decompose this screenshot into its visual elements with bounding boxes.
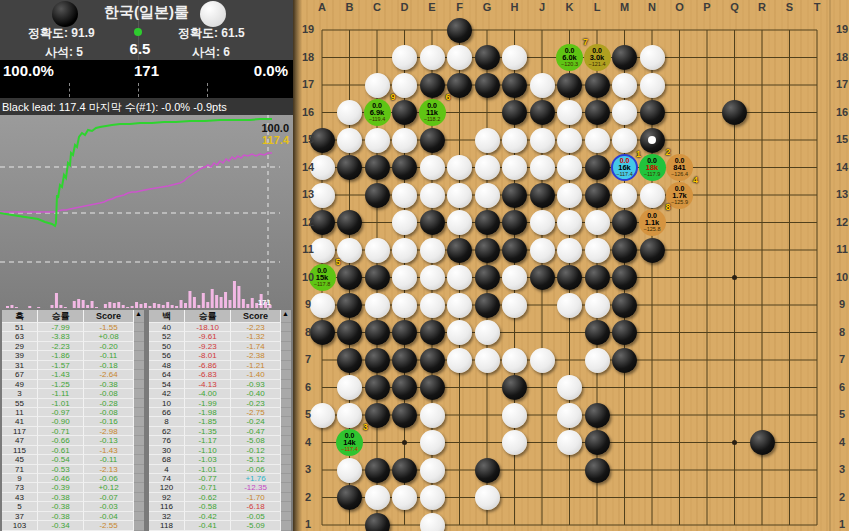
black-stone [530,183,555,208]
winrate-progress-bar[interactable] [0,82,293,98]
coord-col-S: S [780,1,800,13]
black-stone [447,18,472,43]
scrollbar-track[interactable] [134,483,144,492]
scrollbar-track[interactable] [134,521,144,530]
coord-row-left-12: 12 [298,216,318,228]
scrollbar-track[interactable] [134,342,144,351]
move-number: 76 [149,436,185,445]
white-stone [530,210,555,235]
scrollbar-track[interactable] [281,399,291,408]
black-stone [365,155,390,180]
winrate-col-header: 승률 [185,310,231,323]
winrate-loss: -0.38 [38,502,84,511]
scrollbar-track[interactable] [281,417,291,426]
white-moves-table[interactable]: 백승률Score▲40-18.10-2.2352-9.61-1.3250-9.2… [149,310,291,531]
coord-col-C: C [367,1,387,13]
white-player-stone-icon [200,1,226,27]
black-stone [502,100,527,125]
scrollbar-track[interactable] [281,493,291,502]
winrate-loss: -1.35 [185,427,231,436]
ai-suggestion-O14[interactable]: 0.0841−126.4 [666,154,693,181]
scrollbar-track[interactable] [281,502,291,511]
scrollbar[interactable]: ▲ [134,310,144,323]
table-row[interactable]: 37-0.38-0.04 [2,512,144,521]
black-stone [392,458,417,483]
coord-col-L: L [587,1,607,13]
move-number: 52 [149,332,185,341]
scrollbar-track[interactable] [134,332,144,341]
winrate-loss: -0.39 [38,483,84,492]
table-row[interactable]: 9-0.46-0.06 [2,474,144,483]
ai-suggestion-E16[interactable]: 0.011k−118.26 [419,99,446,126]
black-stone [585,320,610,345]
coord-col-N: N [642,1,662,13]
winrate-loss: -1.01 [185,465,231,474]
graph-winrate-value: 100.0 [261,122,289,134]
score-loss: -2.55 [84,521,134,530]
ai-suggestion-L18[interactable]: 0.03.0k−121.4 [584,44,611,71]
table-row[interactable]: 5-0.38-0.03 [2,502,144,511]
table-row[interactable]: 55-1.01-0.28 [2,399,144,408]
coord-row-right-13: 13 [832,188,849,200]
scrollbar-track[interactable] [134,502,144,511]
move-number: 66 [149,408,185,417]
white-stone [557,430,582,455]
black-stone [337,320,362,345]
score-loss: -0.04 [84,512,134,521]
scrollbar-track[interactable] [281,436,291,445]
move-number: 29 [2,342,38,351]
label-score: −125.8 [644,227,661,233]
scrollbar-track[interactable] [281,474,291,483]
coord-row-left-17: 17 [298,78,318,90]
white-stone [612,73,637,98]
table-row[interactable]: 10-1.99-0.23 [149,399,291,408]
winrate-loss: -18.10 [185,323,231,332]
table-row[interactable]: 29-2.23-0.20 [2,342,144,351]
scrollbar-track[interactable] [134,493,144,502]
last-move-marker [648,136,656,144]
white-stone [612,100,637,125]
black-stone [585,403,610,428]
score-loss: -0.16 [84,417,134,426]
scrollbar-track[interactable] [281,361,291,370]
scrollbar-track[interactable] [134,370,144,379]
winrate-loss: -0.41 [185,521,231,530]
coord-col-K: K [560,1,580,13]
scrollbar-track[interactable] [134,417,144,426]
ai-suggestion-N14[interactable]: 0.018k−117.92 [639,154,666,181]
black-stone [392,403,417,428]
scrollbar-track[interactable] [281,455,291,464]
white-stone [420,155,445,180]
white-stone [420,513,445,531]
white-stone [365,293,390,318]
table-row[interactable]: 116-0.58-6.18 [149,502,291,511]
black-stone [502,183,527,208]
white-stone [392,210,417,235]
black-stone [337,293,362,318]
table-row[interactable]: 63-3.83+0.08 [2,332,144,341]
move-number: 67 [2,370,38,379]
scroll-up-icon[interactable]: ▲ [135,310,142,318]
table-row[interactable]: 41-0.90-0.16 [2,417,144,426]
score-loss: +0.12 [84,483,134,492]
black-accuracy: 정확도: 91.9 [28,25,95,42]
black-stone [557,73,582,98]
go-board[interactable]: 0.06.0k−120.370.03.0k−121.40.06.9k−119.4… [293,0,849,531]
table-row[interactable]: 67-1.43-2.64 [2,370,144,379]
move-number: 51 [2,323,38,332]
white-stone [557,155,582,180]
white-stone [365,238,390,263]
white-stone [557,375,582,400]
white-stone [585,238,610,263]
komi-value: 6.5 [120,40,160,57]
table-row[interactable]: 3-1.11-0.08 [2,389,144,398]
scrollbar-track[interactable] [281,446,291,455]
table-row[interactable]: 52-9.61-1.32 [149,332,291,341]
label-score: −119.4 [369,117,386,123]
table-row[interactable]: 32-0.42-0.05 [149,512,291,521]
table-row[interactable]: 4-1.01-0.06 [149,465,291,474]
scrollbar-track[interactable] [281,380,291,389]
table-row[interactable]: 8-1.85-0.24 [149,417,291,426]
coord-row-left-6: 6 [298,381,318,393]
white-stone [502,403,527,428]
scrollbar[interactable]: ▲ [281,310,291,323]
ai-suggestion-N12[interactable]: 0.01.1k−125.88 [639,209,666,236]
move-number: 118 [149,521,185,530]
black-stone [337,485,362,510]
white-stone [585,210,610,235]
white-stone [392,183,417,208]
table-row[interactable]: 45-0.54-0.11 [2,455,144,464]
scrollbar-track[interactable] [134,351,144,360]
ai-suggestion-K18[interactable]: 0.06.0k−120.37 [556,44,583,71]
score-loss: -0.28 [84,399,134,408]
white-stone [337,100,362,125]
table-row[interactable]: 103-0.34-2.55 [2,521,144,530]
move-number: 31 [2,361,38,370]
coord-row-right-3: 3 [832,463,849,475]
coord-row-left-9: 9 [298,298,318,310]
ai-suggestion-C16[interactable]: 0.06.9k−119.49 [364,99,391,126]
score-loss: -0.23 [231,399,281,408]
scrollbar-track[interactable] [134,455,144,464]
score-loss: -0.03 [84,502,134,511]
white-stone [475,128,500,153]
move-number: 39 [2,351,38,360]
label-rank: 7 [583,38,588,47]
table-row[interactable]: 49-1.25-0.38 [2,380,144,389]
table-row[interactable]: 64-6.83-1.40 [149,370,291,379]
scrollbar-track[interactable] [134,380,144,389]
label-rank: 9 [390,93,395,102]
white-accuracy: 정확도: 61.5 [178,25,245,42]
coord-row-left-16: 16 [298,106,318,118]
white-stone [420,293,445,318]
score-loss: -2.23 [231,323,281,332]
winrate-loss: -0.38 [38,512,84,521]
black-stone [337,155,362,180]
winrate-loss: -0.90 [38,417,84,426]
coord-row-right-14: 14 [832,161,849,173]
label-rank: 5 [335,258,340,267]
coord-row-left-11: 11 [298,243,318,255]
winrate-loss: -1.03 [185,455,231,464]
black-stone [530,265,555,290]
winrate-loss: -0.58 [185,502,231,511]
table-row[interactable]: 117-0.71-2.98 [2,427,144,436]
table-header-row: 흑승률Score▲ [2,310,144,323]
table-row[interactable]: 39-1.86-0.11 [2,351,144,360]
white-stone [502,155,527,180]
black-stone [392,320,417,345]
label-score: −121.4 [589,62,606,68]
score-loss: -2.64 [84,370,134,379]
ai-suggestion-B4[interactable]: 0.014k−117.43 [336,429,363,456]
score-loss: -0.40 [231,389,281,398]
table-row[interactable]: 115-0.61-1.43 [2,446,144,455]
table-row[interactable]: 68-1.03-5.12 [149,455,291,464]
score-loss: -0.20 [84,342,134,351]
scrollbar-track[interactable] [281,332,291,341]
scrollbar-track[interactable] [134,465,144,474]
black-stone [420,320,445,345]
white-stone [475,320,500,345]
analysis-panel: 한국(일본)룰 정확도: 91.9 정확도: 61.5 사석: 5 6.5 사석… [0,0,293,531]
rules-title: 한국(일본)룰 [0,3,293,22]
winrate-loss: -0.61 [38,446,84,455]
white-stone [447,293,472,318]
scrollbar-track[interactable] [281,370,291,379]
black-stone [475,210,500,235]
table-row[interactable]: 51-7.99-1.55 [2,323,144,332]
table-row[interactable]: 56-8.01-2.38 [149,351,291,360]
table-row[interactable]: 74-0.77+1.76 [149,474,291,483]
scrollbar-track[interactable] [281,483,291,492]
scrollbar-track[interactable] [134,389,144,398]
score-loss: -5.08 [231,436,281,445]
winrate-loss: -6.83 [185,370,231,379]
scrollbar-track[interactable] [281,351,291,360]
white-stone [640,45,665,70]
coord-row-left-2: 2 [298,491,318,503]
scrollbar-track[interactable] [134,427,144,436]
label-score: −118.2 [424,117,441,123]
black-stone [612,348,637,373]
label-score: −117.4 [616,172,633,178]
table-row[interactable]: 54-4.13-0.93 [149,380,291,389]
table-row[interactable]: 76-1.17-5.08 [149,436,291,445]
table-row[interactable]: 120-0.71-12.35 [149,483,291,492]
table-row[interactable]: 92-0.62-1.70 [149,493,291,502]
move-number: 43 [2,493,38,502]
black-stone [585,265,610,290]
label-score: −120.3 [561,62,578,68]
winrate-loss: -4.13 [185,380,231,389]
black-stone [612,210,637,235]
white-stone [392,293,417,318]
coord-col-M: M [615,1,635,13]
black-stone [392,100,417,125]
white-stone [365,485,390,510]
winrate-loss: -1.01 [38,399,84,408]
move-number: 40 [149,323,185,332]
white-stone [557,293,582,318]
white-stone [447,45,472,70]
winrate-loss: -4.00 [185,389,231,398]
black-stone [365,375,390,400]
scrollbar-track[interactable] [134,323,144,332]
score-loss: -0.05 [231,512,281,521]
table-row[interactable]: 66-1.98-2.75 [149,408,291,417]
graph-score-value: 117.4 [262,134,289,146]
table-row[interactable]: 40-18.10-2.23 [149,323,291,332]
score-loss: -0.06 [231,465,281,474]
coord-row-right-16: 16 [832,106,849,118]
score-loss: -6.18 [231,502,281,511]
move-number: 56 [149,351,185,360]
scrollbar-track[interactable] [134,408,144,417]
table-row[interactable]: 47-0.66-0.13 [2,436,144,445]
scrollbar-track[interactable] [134,512,144,521]
black-stone [502,238,527,263]
table-row[interactable]: 11-0.97-0.08 [2,408,144,417]
label-score: −125.9 [671,200,688,206]
score-loss: -0.24 [231,417,281,426]
black-stone [612,238,637,263]
black-stone [530,100,555,125]
scrollbar-track[interactable] [281,342,291,351]
table-row[interactable]: 31-1.57-0.18 [2,361,144,370]
score-loss: -1.40 [231,370,281,379]
black-stone [475,45,500,70]
table-row[interactable]: 43-0.38-0.07 [2,493,144,502]
white-stone [447,210,472,235]
black-stone [420,128,445,153]
move-counter: 171 [0,62,293,79]
score-loss: -1.74 [231,342,281,351]
black-stone [337,348,362,373]
label-score: −117.9 [644,172,661,178]
winrate-loss: -0.53 [38,465,84,474]
scrollbar-track[interactable] [134,436,144,445]
scroll-up-icon[interactable]: ▲ [282,310,289,318]
black-stone [392,375,417,400]
coord-row-right-7: 7 [832,353,849,365]
black-stone [585,430,610,455]
score-loss: -1.70 [231,493,281,502]
black-stone [420,73,445,98]
black-stone [447,238,472,263]
white-stone [557,128,582,153]
black-stone [475,73,500,98]
table-row[interactable]: 48-6.86-1.21 [149,361,291,370]
table-row[interactable]: 118-0.41-5.09 [149,521,291,530]
coord-row-left-1: 1 [298,518,318,530]
move-number: 41 [2,417,38,426]
white-stone [365,128,390,153]
table-row[interactable]: 30-1.10-0.12 [149,446,291,455]
white-stone [420,238,445,263]
white-stone [585,348,610,373]
move-number: 54 [149,380,185,389]
label-rank: 4 [693,176,698,185]
scrollbar-track[interactable] [281,323,291,332]
scrollbar-track[interactable] [281,427,291,436]
coord-row-left-10: 10 [298,271,318,283]
score-loss: -2.75 [231,408,281,417]
coord-row-right-10: 10 [832,271,849,283]
table-row[interactable]: 50-9.23-1.74 [149,342,291,351]
white-stone [502,128,527,153]
white-stone [475,348,500,373]
move-number: 92 [149,493,185,502]
table-row[interactable]: 73-0.39+0.12 [2,483,144,492]
coord-col-G: G [477,1,497,13]
move-number: 115 [2,446,38,455]
black-stone [502,375,527,400]
coord-col-H: H [505,1,525,13]
black-stone [365,403,390,428]
winrate-loss: -8.01 [185,351,231,360]
scrollbar-track[interactable] [281,465,291,474]
score-loss: -0.18 [84,361,134,370]
winrate-loss: -0.62 [185,493,231,502]
move-number: 117 [2,427,38,436]
winrate-loss: -0.71 [185,483,231,492]
black-stone [640,100,665,125]
coord-col-T: T [807,1,827,13]
black-moves-table[interactable]: 흑승률Score▲51-7.99-1.5563-3.83+0.0829-2.23… [2,310,144,531]
score-col-header: Score [84,310,134,323]
scrollbar-track[interactable] [134,361,144,370]
scrollbar-track[interactable] [281,512,291,521]
winrate-graph[interactable]: 100.0 117.4 171 [0,115,293,310]
score-loss: -2.98 [84,427,134,436]
table-row[interactable]: 42-4.00-0.40 [149,389,291,398]
table-row[interactable]: 71-0.53-2.13 [2,465,144,474]
scrollbar-track[interactable] [134,474,144,483]
ai-suggestion-M14[interactable]: 0.016k−117.41 [611,154,638,181]
coord-row-right-5: 5 [832,408,849,420]
winrate-loss: -0.71 [38,427,84,436]
scrollbar-track[interactable] [281,389,291,398]
white-stone [420,265,445,290]
white-captures: 사석: 6 [192,44,230,61]
score-loss: -0.13 [84,436,134,445]
coord-row-left-14: 14 [298,161,318,173]
move-number: 9 [2,474,38,483]
black-stone [502,210,527,235]
winrate-loss: -6.86 [185,361,231,370]
label-score: −117.4 [341,447,358,453]
scrollbar-track[interactable] [134,446,144,455]
black-stone [475,293,500,318]
score-loss: -0.47 [231,427,281,436]
black-stone [612,265,637,290]
table-row[interactable]: 62-1.35-0.47 [149,427,291,436]
scrollbar-track[interactable] [134,399,144,408]
move-number: 3 [2,389,38,398]
black-stone [392,155,417,180]
scrollbar-track[interactable] [281,408,291,417]
coord-row-left-15: 15 [298,133,318,145]
black-stone [337,265,362,290]
scrollbar-track[interactable] [281,521,291,530]
